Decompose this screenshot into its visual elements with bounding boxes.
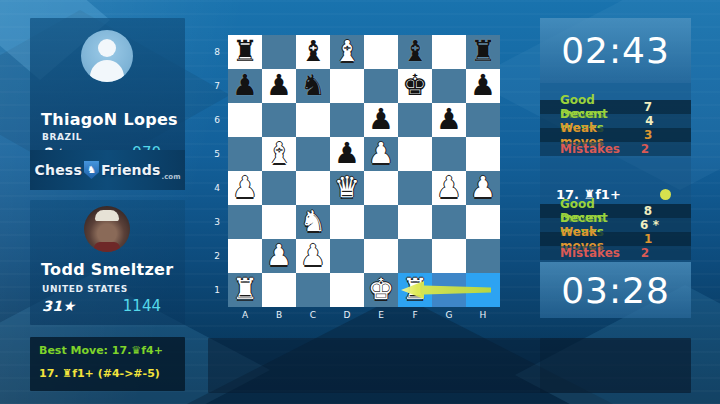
- piece-black-bishop: ♝: [398, 35, 432, 69]
- square-c5[interactable]: [296, 137, 330, 171]
- square-c4[interactable]: [296, 171, 330, 205]
- file-label-d: D: [330, 308, 364, 322]
- square-b2[interactable]: ♟: [262, 239, 296, 273]
- clock-top: 02:43: [540, 18, 691, 83]
- square-g5[interactable]: [432, 137, 466, 171]
- square-d6[interactable]: [330, 103, 364, 137]
- square-b7[interactable]: ♟: [262, 69, 296, 103]
- square-d5[interactable]: ♟: [330, 137, 364, 171]
- chessfriends-logo[interactable]: Chess ♞ Friends .com: [30, 150, 185, 190]
- square-g3[interactable]: [432, 205, 466, 239]
- player2-country: UNITED STATES: [42, 284, 128, 294]
- square-f4[interactable]: [398, 171, 432, 205]
- square-e1[interactable]: ♚: [364, 273, 398, 307]
- stat-value: 1: [631, 232, 665, 246]
- piece-black-knight: ♞: [296, 69, 330, 103]
- logo-text-com: .com: [162, 173, 181, 181]
- piece-white-pawn: ♟: [296, 239, 330, 273]
- piece-black-rook: ♜: [466, 35, 500, 69]
- stat-value: 2: [625, 142, 665, 156]
- file-label-h: H: [466, 308, 500, 322]
- square-h7[interactable]: ♟: [466, 69, 500, 103]
- best-move-text: Best Move: 17.♛f4+: [39, 344, 163, 357]
- piece-black-rook: ♜: [228, 35, 262, 69]
- square-e2[interactable]: [364, 239, 398, 273]
- board-area: ♜♝♝♝♜♟♟♞♚♟♟♟♝♟♟♟♛♟♟♞♟♟♜♚♜: [228, 35, 500, 307]
- piece-black-pawn: ♟: [330, 137, 364, 171]
- file-labels: ABCDEFGH: [228, 308, 500, 322]
- square-h3[interactable]: [466, 205, 500, 239]
- piece-white-pawn: ♟: [262, 239, 296, 273]
- stat-value: 2: [625, 246, 665, 260]
- square-f7[interactable]: ♚: [398, 69, 432, 103]
- piece-white-bishop: ♝: [330, 35, 364, 69]
- logo-text-chess: Chess: [35, 162, 82, 178]
- piece-white-queen: ♛: [330, 171, 364, 205]
- square-d7[interactable]: [330, 69, 364, 103]
- stat-label: Mistakes: [560, 246, 620, 260]
- rank-label-8: 8: [208, 35, 224, 69]
- stat-value: 4: [634, 114, 665, 128]
- square-e8[interactable]: [364, 35, 398, 69]
- piece-white-knight: ♞: [296, 205, 330, 239]
- square-d3[interactable]: [330, 205, 364, 239]
- square-e5[interactable]: ♟: [364, 137, 398, 171]
- clock-bottom: 03:28: [540, 262, 691, 318]
- piece-black-pawn: ♟: [228, 69, 262, 103]
- square-h6[interactable]: [466, 103, 500, 137]
- square-g8[interactable]: [432, 35, 466, 69]
- square-f6[interactable]: [398, 103, 432, 137]
- stat-value: 7: [631, 100, 665, 114]
- square-e6[interactable]: ♟: [364, 103, 398, 137]
- player1-country: BRAZIL: [42, 132, 82, 142]
- square-e3[interactable]: [364, 205, 398, 239]
- square-b8[interactable]: [262, 35, 296, 69]
- stat-value: 3: [631, 128, 665, 142]
- move-quality-dot: [660, 189, 671, 200]
- player2-stars: 31★: [42, 298, 76, 314]
- square-b6[interactable]: [262, 103, 296, 137]
- square-d1[interactable]: [330, 273, 364, 307]
- player1-name: ThiagoN Lopes: [41, 110, 179, 129]
- square-a5[interactable]: [228, 137, 262, 171]
- player-card-bottom: Todd Smeltzer UNITED STATES 31★ 1144: [30, 200, 185, 325]
- piece-black-king: ♚: [398, 69, 432, 103]
- square-c2[interactable]: ♟: [296, 239, 330, 273]
- square-a3[interactable]: [228, 205, 262, 239]
- piece-white-king: ♚: [364, 273, 398, 307]
- square-d2[interactable]: [330, 239, 364, 273]
- piece-black-pawn: ♟: [364, 103, 398, 137]
- piece-white-pawn: ♟: [228, 171, 262, 205]
- stat-row: Weak moves1: [540, 232, 691, 246]
- piece-black-bishop: ♝: [296, 35, 330, 69]
- square-h1[interactable]: [466, 273, 500, 307]
- square-a1[interactable]: ♜: [228, 273, 262, 307]
- square-e7[interactable]: [364, 69, 398, 103]
- square-a6[interactable]: [228, 103, 262, 137]
- stat-label: Mistakes: [560, 142, 620, 156]
- square-g2[interactable]: [432, 239, 466, 273]
- file-label-g: G: [432, 308, 466, 322]
- square-b1[interactable]: [262, 273, 296, 307]
- square-d4[interactable]: ♛: [330, 171, 364, 205]
- square-c6[interactable]: [296, 103, 330, 137]
- square-b5[interactable]: ♝: [262, 137, 296, 171]
- player2-name: Todd Smeltzer: [41, 260, 179, 279]
- piece-white-bishop: ♝: [262, 137, 296, 171]
- square-c7[interactable]: ♞: [296, 69, 330, 103]
- square-f1[interactable]: ♜: [398, 273, 432, 307]
- stat-row: Mistakes2: [540, 246, 691, 260]
- square-h4[interactable]: ♟: [466, 171, 500, 205]
- square-c8[interactable]: ♝: [296, 35, 330, 69]
- player1-avatar[interactable]: [81, 30, 133, 82]
- piece-white-rook: ♜: [228, 273, 262, 307]
- piece-white-pawn: ♟: [432, 171, 466, 205]
- rank-label-6: 6: [208, 103, 224, 137]
- player2-avatar-photo[interactable]: [84, 206, 130, 252]
- stat-row: Weak moves3: [540, 128, 691, 142]
- square-b3[interactable]: [262, 205, 296, 239]
- file-label-e: E: [364, 308, 398, 322]
- player-card-top: ThiagoN Lopes BRAZIL 2★ 970 Chess ♞ Frie…: [30, 18, 185, 190]
- rank-label-2: 2: [208, 239, 224, 273]
- piece-white-rook: ♜: [398, 273, 432, 307]
- piece-black-pawn: ♟: [466, 69, 500, 103]
- analysis-panel: 02:43 Good moves7 Decent moves4 Weak mov…: [540, 18, 691, 318]
- piece-black-pawn: ♟: [432, 103, 466, 137]
- square-a4[interactable]: ♟: [228, 171, 262, 205]
- player2-rating: 1144: [123, 297, 161, 315]
- stat-row: Mistakes2: [540, 142, 691, 156]
- square-f2[interactable]: [398, 239, 432, 273]
- piece-white-pawn: ♟: [364, 137, 398, 171]
- square-f3[interactable]: [398, 205, 432, 239]
- file-label-c: C: [296, 308, 330, 322]
- stat-value: 6 *: [634, 218, 665, 232]
- rank-label-3: 3: [208, 205, 224, 239]
- file-label-b: B: [262, 308, 296, 322]
- square-c3[interactable]: ♞: [296, 205, 330, 239]
- logo-shield-knight-icon: ♞: [84, 161, 99, 179]
- square-g7[interactable]: [432, 69, 466, 103]
- analysis-footer-panel: Best Move: 17.♛f4+ 17. ♜f1+ (#4->#-5): [30, 337, 185, 391]
- square-b4[interactable]: [262, 171, 296, 205]
- square-a2[interactable]: [228, 239, 262, 273]
- square-h5[interactable]: [466, 137, 500, 171]
- square-a8[interactable]: ♜: [228, 35, 262, 69]
- square-g1[interactable]: [432, 273, 466, 307]
- square-h8[interactable]: ♜: [466, 35, 500, 69]
- square-a7[interactable]: ♟: [228, 69, 262, 103]
- piece-black-pawn: ♟: [262, 69, 296, 103]
- clock-bottom-time: 03:28: [561, 270, 670, 311]
- logo-text-friends: Friends: [101, 162, 161, 178]
- rank-label-7: 7: [208, 69, 224, 103]
- file-label-f: F: [398, 308, 432, 322]
- stat-value: 8: [631, 204, 665, 218]
- square-f8[interactable]: ♝: [398, 35, 432, 69]
- chess-board: ♜♝♝♝♜♟♟♞♚♟♟♟♝♟♟♟♛♟♟♞♟♟♜♚♜: [228, 35, 500, 307]
- square-f5[interactable]: [398, 137, 432, 171]
- square-g4[interactable]: ♟: [432, 171, 466, 205]
- rank-label-5: 5: [208, 137, 224, 171]
- file-label-a: A: [228, 308, 262, 322]
- square-c1[interactable]: [296, 273, 330, 307]
- square-g6[interactable]: ♟: [432, 103, 466, 137]
- piece-white-pawn: ♟: [466, 171, 500, 205]
- bottom-band-right: [540, 338, 691, 393]
- rank-labels: 87654321: [208, 35, 224, 307]
- played-move-text: 17. ♜f1+ (#4->#-5): [39, 367, 160, 380]
- square-e4[interactable]: [364, 171, 398, 205]
- clock-top-time: 02:43: [561, 30, 670, 71]
- rank-label-1: 1: [208, 273, 224, 307]
- square-h2[interactable]: [466, 239, 500, 273]
- rank-label-4: 4: [208, 171, 224, 205]
- square-d8[interactable]: ♝: [330, 35, 364, 69]
